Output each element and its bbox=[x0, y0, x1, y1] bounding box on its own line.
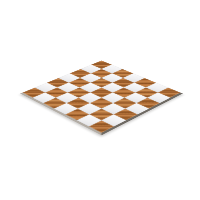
product-image-background bbox=[0, 0, 200, 200]
chessboard bbox=[20, 60, 183, 135]
